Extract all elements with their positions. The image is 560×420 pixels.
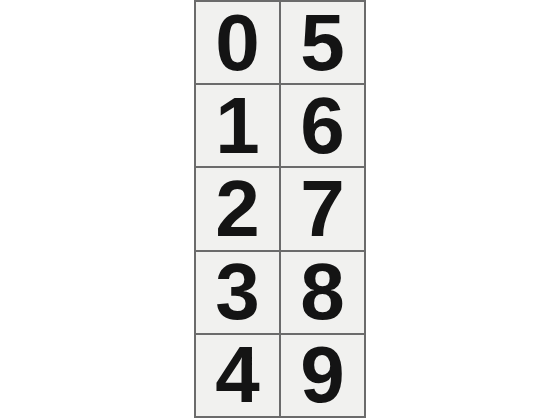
digit-label-0: 0 [215, 3, 260, 83]
number-sticker-sheet: 0 5 1 6 2 7 3 8 4 9 [194, 0, 366, 418]
digit-cell-0: 0 [196, 2, 279, 83]
digit-label-8: 8 [300, 252, 345, 332]
digit-cell-2: 2 [196, 168, 279, 249]
digit-cell-7: 7 [281, 168, 364, 249]
digit-cell-4: 4 [196, 335, 279, 416]
digit-label-4: 4 [215, 335, 260, 415]
digit-cell-1: 1 [196, 85, 279, 166]
digit-label-1: 1 [215, 86, 260, 166]
digit-cell-8: 8 [281, 252, 364, 333]
digit-cell-5: 5 [281, 2, 364, 83]
digit-label-3: 3 [215, 252, 260, 332]
digit-cell-9: 9 [281, 335, 364, 416]
digit-label-9: 9 [300, 335, 345, 415]
digit-cell-6: 6 [281, 85, 364, 166]
digit-label-7: 7 [300, 169, 345, 249]
digit-label-2: 2 [215, 169, 260, 249]
digit-label-5: 5 [300, 3, 345, 83]
digit-label-6: 6 [300, 86, 345, 166]
digit-cell-3: 3 [196, 252, 279, 333]
